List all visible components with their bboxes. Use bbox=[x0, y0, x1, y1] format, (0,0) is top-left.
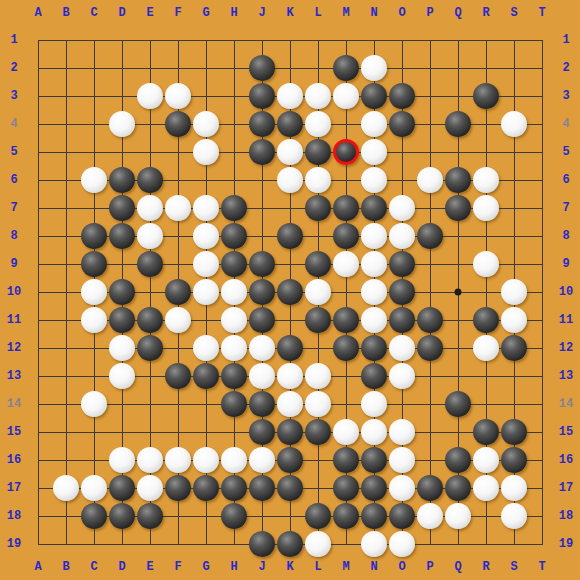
row-label-right: 15 bbox=[559, 426, 573, 438]
white-stone-e3[interactable] bbox=[137, 83, 163, 109]
row-label-left: 11 bbox=[7, 314, 21, 326]
row-label-left: 12 bbox=[7, 342, 21, 354]
white-stone-l19[interactable] bbox=[305, 531, 331, 557]
column-label-top: H bbox=[230, 7, 237, 19]
white-stone-c14[interactable] bbox=[81, 391, 107, 417]
row-label-right: 14 bbox=[559, 398, 573, 410]
black-stone-l5[interactable] bbox=[305, 139, 331, 165]
white-stone-p18[interactable] bbox=[417, 503, 443, 529]
white-stone-n10[interactable] bbox=[361, 279, 387, 305]
column-label-top: S bbox=[510, 7, 517, 19]
white-stone-c10[interactable] bbox=[81, 279, 107, 305]
black-stone-k19[interactable] bbox=[277, 531, 303, 557]
star-point-q10 bbox=[455, 289, 462, 296]
row-label-left: 15 bbox=[7, 426, 21, 438]
row-label-left: 9 bbox=[10, 258, 17, 270]
white-stone-s4[interactable] bbox=[501, 111, 527, 137]
black-stone-h8[interactable] bbox=[221, 223, 247, 249]
row-label-right: 10 bbox=[559, 286, 573, 298]
black-stone-n17[interactable] bbox=[361, 475, 387, 501]
column-label-bottom: E bbox=[146, 561, 153, 573]
row-label-right: 8 bbox=[562, 230, 569, 242]
black-stone-l18[interactable] bbox=[305, 503, 331, 529]
column-label-top: N bbox=[370, 7, 377, 19]
column-label-bottom: H bbox=[230, 561, 237, 573]
black-stone-k10[interactable] bbox=[277, 279, 303, 305]
white-stone-n9[interactable] bbox=[361, 251, 387, 277]
white-stone-f16[interactable] bbox=[165, 447, 191, 473]
black-stone-f10[interactable] bbox=[165, 279, 191, 305]
black-stone-k4[interactable] bbox=[277, 111, 303, 137]
row-label-right: 16 bbox=[559, 454, 573, 466]
white-stone-l13[interactable] bbox=[305, 363, 331, 389]
row-label-left: 18 bbox=[7, 510, 21, 522]
black-stone-e18[interactable] bbox=[137, 503, 163, 529]
black-stone-n13[interactable] bbox=[361, 363, 387, 389]
white-stone-k6[interactable] bbox=[277, 167, 303, 193]
row-label-right: 4 bbox=[562, 118, 569, 130]
black-stone-m12[interactable] bbox=[333, 335, 359, 361]
white-stone-d16[interactable] bbox=[109, 447, 135, 473]
white-stone-l14[interactable] bbox=[305, 391, 331, 417]
go-board-app: AABBCCDDEEFFGGHHJJKKLLMMNNOOPPQQRRSSTT11… bbox=[0, 0, 580, 580]
column-label-bottom: P bbox=[426, 561, 433, 573]
black-stone-p12[interactable] bbox=[417, 335, 443, 361]
white-stone-r9[interactable] bbox=[473, 251, 499, 277]
black-stone-c18[interactable] bbox=[81, 503, 107, 529]
black-stone-c9[interactable] bbox=[81, 251, 107, 277]
column-label-bottom: N bbox=[370, 561, 377, 573]
white-stone-c11[interactable] bbox=[81, 307, 107, 333]
black-stone-p8[interactable] bbox=[417, 223, 443, 249]
black-stone-j5[interactable] bbox=[249, 139, 275, 165]
column-label-top: R bbox=[482, 7, 489, 19]
white-stone-m3[interactable] bbox=[333, 83, 359, 109]
black-stone-n16[interactable] bbox=[361, 447, 387, 473]
white-stone-p6[interactable] bbox=[417, 167, 443, 193]
black-stone-s15[interactable] bbox=[501, 419, 527, 445]
row-label-left: 4 bbox=[10, 118, 17, 130]
white-stone-l3[interactable] bbox=[305, 83, 331, 109]
row-label-left: 17 bbox=[7, 482, 21, 494]
black-stone-j2[interactable] bbox=[249, 55, 275, 81]
column-label-top: M bbox=[342, 7, 349, 19]
white-stone-h12[interactable] bbox=[221, 335, 247, 361]
white-stone-o7[interactable] bbox=[389, 195, 415, 221]
black-stone-r15[interactable] bbox=[473, 419, 499, 445]
column-label-top: B bbox=[62, 7, 69, 19]
white-stone-n4[interactable] bbox=[361, 111, 387, 137]
row-label-left: 10 bbox=[7, 286, 21, 298]
white-stone-g8[interactable] bbox=[193, 223, 219, 249]
black-stone-d8[interactable] bbox=[109, 223, 135, 249]
white-stone-n11[interactable] bbox=[361, 307, 387, 333]
black-stone-l11[interactable] bbox=[305, 307, 331, 333]
white-stone-f11[interactable] bbox=[165, 307, 191, 333]
black-stone-n3[interactable] bbox=[361, 83, 387, 109]
white-stone-n8[interactable] bbox=[361, 223, 387, 249]
column-label-top: K bbox=[286, 7, 293, 19]
white-stone-o13[interactable] bbox=[389, 363, 415, 389]
white-stone-n14[interactable] bbox=[361, 391, 387, 417]
white-stone-j13[interactable] bbox=[249, 363, 275, 389]
row-label-right: 7 bbox=[562, 202, 569, 214]
white-stone-r6[interactable] bbox=[473, 167, 499, 193]
black-stone-q14[interactable] bbox=[445, 391, 471, 417]
row-label-left: 6 bbox=[10, 174, 17, 186]
black-stone-s12[interactable] bbox=[501, 335, 527, 361]
row-label-right: 13 bbox=[559, 370, 573, 382]
row-label-left: 19 bbox=[7, 538, 21, 550]
white-stone-n5[interactable] bbox=[361, 139, 387, 165]
white-stone-l6[interactable] bbox=[305, 167, 331, 193]
white-stone-d13[interactable] bbox=[109, 363, 135, 389]
column-label-bottom: M bbox=[342, 561, 349, 573]
row-label-left: 3 bbox=[10, 90, 17, 102]
white-stone-m15[interactable] bbox=[333, 419, 359, 445]
black-stone-k8[interactable] bbox=[277, 223, 303, 249]
black-stone-j10[interactable] bbox=[249, 279, 275, 305]
white-stone-s17[interactable] bbox=[501, 475, 527, 501]
column-label-top: D bbox=[118, 7, 125, 19]
column-label-top: O bbox=[398, 7, 405, 19]
column-label-bottom: G bbox=[202, 561, 209, 573]
white-stone-n15[interactable] bbox=[361, 419, 387, 445]
column-label-top: C bbox=[90, 7, 97, 19]
black-stone-r3[interactable] bbox=[473, 83, 499, 109]
row-label-right: 17 bbox=[559, 482, 573, 494]
white-stone-g9[interactable] bbox=[193, 251, 219, 277]
white-stone-r7[interactable] bbox=[473, 195, 499, 221]
black-stone-k15[interactable] bbox=[277, 419, 303, 445]
black-stone-q16[interactable] bbox=[445, 447, 471, 473]
column-label-top: T bbox=[538, 7, 545, 19]
black-stone-d17[interactable] bbox=[109, 475, 135, 501]
row-label-left: 5 bbox=[10, 146, 17, 158]
row-label-left: 7 bbox=[10, 202, 17, 214]
black-stone-c8[interactable] bbox=[81, 223, 107, 249]
white-stone-o8[interactable] bbox=[389, 223, 415, 249]
black-stone-j11[interactable] bbox=[249, 307, 275, 333]
black-stone-e12[interactable] bbox=[137, 335, 163, 361]
white-stone-f7[interactable] bbox=[165, 195, 191, 221]
black-stone-g13[interactable] bbox=[193, 363, 219, 389]
black-stone-j9[interactable] bbox=[249, 251, 275, 277]
white-stone-r12[interactable] bbox=[473, 335, 499, 361]
row-label-right: 6 bbox=[562, 174, 569, 186]
black-stone-d6[interactable] bbox=[109, 167, 135, 193]
white-stone-h16[interactable] bbox=[221, 447, 247, 473]
black-stone-h7[interactable] bbox=[221, 195, 247, 221]
white-stone-e16[interactable] bbox=[137, 447, 163, 473]
column-label-top: A bbox=[34, 7, 41, 19]
column-label-bottom: L bbox=[314, 561, 321, 573]
row-label-right: 5 bbox=[562, 146, 569, 158]
black-stone-l9[interactable] bbox=[305, 251, 331, 277]
black-stone-k12[interactable] bbox=[277, 335, 303, 361]
black-stone-j4[interactable] bbox=[249, 111, 275, 137]
black-stone-o9[interactable] bbox=[389, 251, 415, 277]
black-stone-m17[interactable] bbox=[333, 475, 359, 501]
white-stone-o12[interactable] bbox=[389, 335, 415, 361]
row-label-right: 1 bbox=[562, 34, 569, 46]
black-stone-q6[interactable] bbox=[445, 167, 471, 193]
column-label-top: J bbox=[258, 7, 265, 19]
black-stone-j14[interactable] bbox=[249, 391, 275, 417]
last-move-black-stone-m5[interactable] bbox=[333, 139, 359, 165]
black-stone-p11[interactable] bbox=[417, 307, 443, 333]
black-stone-q4[interactable] bbox=[445, 111, 471, 137]
white-stone-g12[interactable] bbox=[193, 335, 219, 361]
column-label-top: L bbox=[314, 7, 321, 19]
white-stone-o19[interactable] bbox=[389, 531, 415, 557]
white-stone-b17[interactable] bbox=[53, 475, 79, 501]
white-stone-c17[interactable] bbox=[81, 475, 107, 501]
column-label-top: Q bbox=[454, 7, 461, 19]
white-stone-l10[interactable] bbox=[305, 279, 331, 305]
row-label-left: 2 bbox=[10, 62, 17, 74]
white-stone-g10[interactable] bbox=[193, 279, 219, 305]
black-stone-s16[interactable] bbox=[501, 447, 527, 473]
black-stone-h17[interactable] bbox=[221, 475, 247, 501]
black-stone-h18[interactable] bbox=[221, 503, 247, 529]
black-stone-m18[interactable] bbox=[333, 503, 359, 529]
column-label-bottom: D bbox=[118, 561, 125, 573]
white-stone-k5[interactable] bbox=[277, 139, 303, 165]
white-stone-m9[interactable] bbox=[333, 251, 359, 277]
black-stone-m7[interactable] bbox=[333, 195, 359, 221]
row-label-right: 19 bbox=[559, 538, 573, 550]
black-stone-e6[interactable] bbox=[137, 167, 163, 193]
white-stone-o17[interactable] bbox=[389, 475, 415, 501]
white-stone-n2[interactable] bbox=[361, 55, 387, 81]
black-stone-h14[interactable] bbox=[221, 391, 247, 417]
white-stone-d4[interactable] bbox=[109, 111, 135, 137]
black-stone-g17[interactable] bbox=[193, 475, 219, 501]
row-label-right: 3 bbox=[562, 90, 569, 102]
black-stone-m8[interactable] bbox=[333, 223, 359, 249]
white-stone-c6[interactable] bbox=[81, 167, 107, 193]
white-stone-n19[interactable] bbox=[361, 531, 387, 557]
row-label-left: 1 bbox=[10, 34, 17, 46]
white-stone-k13[interactable] bbox=[277, 363, 303, 389]
black-stone-q7[interactable] bbox=[445, 195, 471, 221]
white-stone-j16[interactable] bbox=[249, 447, 275, 473]
row-label-left: 13 bbox=[7, 370, 21, 382]
black-stone-o4[interactable] bbox=[389, 111, 415, 137]
white-stone-j12[interactable] bbox=[249, 335, 275, 361]
column-label-bottom: F bbox=[174, 561, 181, 573]
column-label-top: E bbox=[146, 7, 153, 19]
black-stone-o3[interactable] bbox=[389, 83, 415, 109]
white-stone-n6[interactable] bbox=[361, 167, 387, 193]
black-stone-f17[interactable] bbox=[165, 475, 191, 501]
black-stone-o18[interactable] bbox=[389, 503, 415, 529]
black-stone-j15[interactable] bbox=[249, 419, 275, 445]
row-label-right: 2 bbox=[562, 62, 569, 74]
white-stone-f3[interactable] bbox=[165, 83, 191, 109]
white-stone-e7[interactable] bbox=[137, 195, 163, 221]
black-stone-l15[interactable] bbox=[305, 419, 331, 445]
white-stone-k3[interactable] bbox=[277, 83, 303, 109]
column-label-bottom: C bbox=[90, 561, 97, 573]
black-stone-e9[interactable] bbox=[137, 251, 163, 277]
column-label-bottom: B bbox=[62, 561, 69, 573]
row-label-left: 16 bbox=[7, 454, 21, 466]
white-stone-r17[interactable] bbox=[473, 475, 499, 501]
column-label-bottom: R bbox=[482, 561, 489, 573]
black-stone-j19[interactable] bbox=[249, 531, 275, 557]
black-stone-m11[interactable] bbox=[333, 307, 359, 333]
black-stone-j3[interactable] bbox=[249, 83, 275, 109]
black-stone-p17[interactable] bbox=[417, 475, 443, 501]
row-label-right: 18 bbox=[559, 510, 573, 522]
black-stone-k16[interactable] bbox=[277, 447, 303, 473]
row-label-left: 14 bbox=[7, 398, 21, 410]
white-stone-o16[interactable] bbox=[389, 447, 415, 473]
row-label-right: 9 bbox=[562, 258, 569, 270]
column-label-bottom: Q bbox=[454, 561, 461, 573]
row-label-right: 12 bbox=[559, 342, 573, 354]
black-stone-n18[interactable] bbox=[361, 503, 387, 529]
black-stone-n7[interactable] bbox=[361, 195, 387, 221]
white-stone-l4[interactable] bbox=[305, 111, 331, 137]
column-label-bottom: K bbox=[286, 561, 293, 573]
black-stone-d10[interactable] bbox=[109, 279, 135, 305]
black-stone-o11[interactable] bbox=[389, 307, 415, 333]
column-label-top: F bbox=[174, 7, 181, 19]
black-stone-l7[interactable] bbox=[305, 195, 331, 221]
white-stone-g7[interactable] bbox=[193, 195, 219, 221]
black-stone-o10[interactable] bbox=[389, 279, 415, 305]
column-label-bottom: O bbox=[398, 561, 405, 573]
black-stone-n12[interactable] bbox=[361, 335, 387, 361]
black-stone-f4[interactable] bbox=[165, 111, 191, 137]
black-stone-d18[interactable] bbox=[109, 503, 135, 529]
white-stone-o15[interactable] bbox=[389, 419, 415, 445]
column-label-bottom: A bbox=[34, 561, 41, 573]
column-label-bottom: T bbox=[538, 561, 545, 573]
white-stone-d12[interactable] bbox=[109, 335, 135, 361]
black-stone-h13[interactable] bbox=[221, 363, 247, 389]
black-stone-f13[interactable] bbox=[165, 363, 191, 389]
black-stone-d7[interactable] bbox=[109, 195, 135, 221]
white-stone-q18[interactable] bbox=[445, 503, 471, 529]
column-label-top: P bbox=[426, 7, 433, 19]
white-stone-s18[interactable] bbox=[501, 503, 527, 529]
black-stone-h9[interactable] bbox=[221, 251, 247, 277]
black-stone-d11[interactable] bbox=[109, 307, 135, 333]
white-stone-s10[interactable] bbox=[501, 279, 527, 305]
row-label-left: 8 bbox=[10, 230, 17, 242]
column-label-bottom: S bbox=[510, 561, 517, 573]
white-stone-e17[interactable] bbox=[137, 475, 163, 501]
white-stone-g4[interactable] bbox=[193, 111, 219, 137]
white-stone-e8[interactable] bbox=[137, 223, 163, 249]
black-stone-k17[interactable] bbox=[277, 475, 303, 501]
column-label-bottom: J bbox=[258, 561, 265, 573]
black-stone-r11[interactable] bbox=[473, 307, 499, 333]
black-stone-j17[interactable] bbox=[249, 475, 275, 501]
white-stone-g16[interactable] bbox=[193, 447, 219, 473]
white-stone-g5[interactable] bbox=[193, 139, 219, 165]
black-stone-m16[interactable] bbox=[333, 447, 359, 473]
black-stone-e11[interactable] bbox=[137, 307, 163, 333]
row-label-right: 11 bbox=[559, 314, 573, 326]
white-stone-h11[interactable] bbox=[221, 307, 247, 333]
column-label-top: G bbox=[202, 7, 209, 19]
white-stone-h10[interactable] bbox=[221, 279, 247, 305]
black-stone-q17[interactable] bbox=[445, 475, 471, 501]
white-stone-r16[interactable] bbox=[473, 447, 499, 473]
white-stone-s11[interactable] bbox=[501, 307, 527, 333]
white-stone-k14[interactable] bbox=[277, 391, 303, 417]
black-stone-m2[interactable] bbox=[333, 55, 359, 81]
